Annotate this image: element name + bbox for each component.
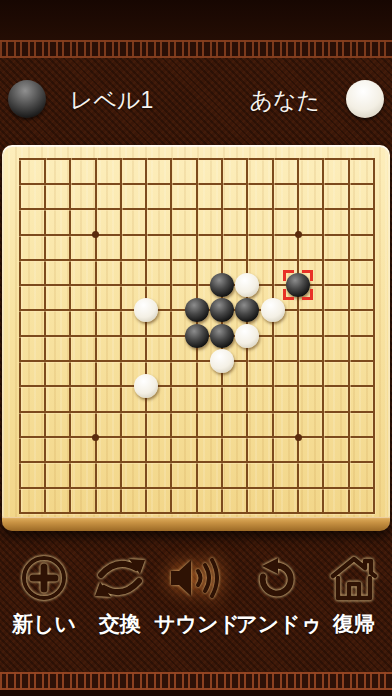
white-stone: [235, 324, 259, 348]
undo-label: アンドゥ: [236, 610, 320, 638]
undo-arrow-icon: [251, 552, 305, 604]
sound-label: サウンド: [154, 610, 236, 638]
black-stone: [210, 298, 234, 322]
swap-arrows-icon: [91, 552, 149, 604]
marker-corner: [302, 270, 313, 281]
marker-corner: [283, 289, 294, 300]
star-point: [92, 434, 99, 441]
home-icon: [327, 552, 381, 604]
star-point: [295, 231, 302, 238]
black-stone: [185, 298, 209, 322]
black-player-label: レベル1: [70, 85, 153, 116]
board-grid[interactable]: [2, 145, 390, 519]
app-screen: レベル1 あなた 新しい 交換: [0, 0, 392, 696]
black-stone: [185, 324, 209, 348]
ornament-border-bottom: [0, 672, 392, 690]
star-point: [92, 231, 99, 238]
white-stone: [210, 349, 234, 373]
black-stone: [235, 298, 259, 322]
game-board[interactable]: [2, 145, 390, 531]
black-stone: [210, 324, 234, 348]
swap-button[interactable]: 交換: [86, 552, 154, 660]
black-player-stone-icon: [8, 80, 46, 118]
sound-button[interactable]: サウンド: [154, 552, 236, 660]
board-side-edge: [2, 517, 390, 531]
grid-line-vertical: [373, 158, 375, 515]
star-point: [295, 434, 302, 441]
white-stone: [261, 298, 285, 322]
white-player-label: あなた: [249, 85, 320, 116]
white-stone: [134, 374, 158, 398]
white-stone: [235, 273, 259, 297]
undo-button[interactable]: アンドゥ: [236, 552, 320, 660]
new-game-button[interactable]: 新しい: [2, 552, 86, 660]
swap-label: 交換: [86, 610, 154, 638]
new-game-label: 新しい: [2, 610, 86, 638]
grid-line-horizontal: [19, 512, 376, 514]
black-stone: [210, 273, 234, 297]
white-player-stone-icon: [346, 80, 384, 118]
player-header: レベル1 あなた: [0, 70, 392, 130]
top-bezel: [0, 0, 392, 40]
toolbar: 新しい 交換 サウンド アンドゥ: [0, 552, 392, 662]
marker-corner: [283, 270, 294, 281]
grid-line-horizontal: [19, 487, 376, 489]
white-stone: [134, 298, 158, 322]
bottom-bezel: [0, 690, 392, 696]
circle-plus-icon: [18, 552, 70, 604]
speaker-icon: [165, 552, 225, 604]
grid-line-vertical: [348, 158, 350, 515]
ornament-border-top: [0, 40, 392, 58]
grid-line-horizontal: [19, 461, 376, 463]
last-move-marker: [283, 270, 313, 300]
home-label: 復帰: [320, 610, 388, 638]
marker-corner: [302, 289, 313, 300]
home-button[interactable]: 復帰: [320, 552, 388, 660]
